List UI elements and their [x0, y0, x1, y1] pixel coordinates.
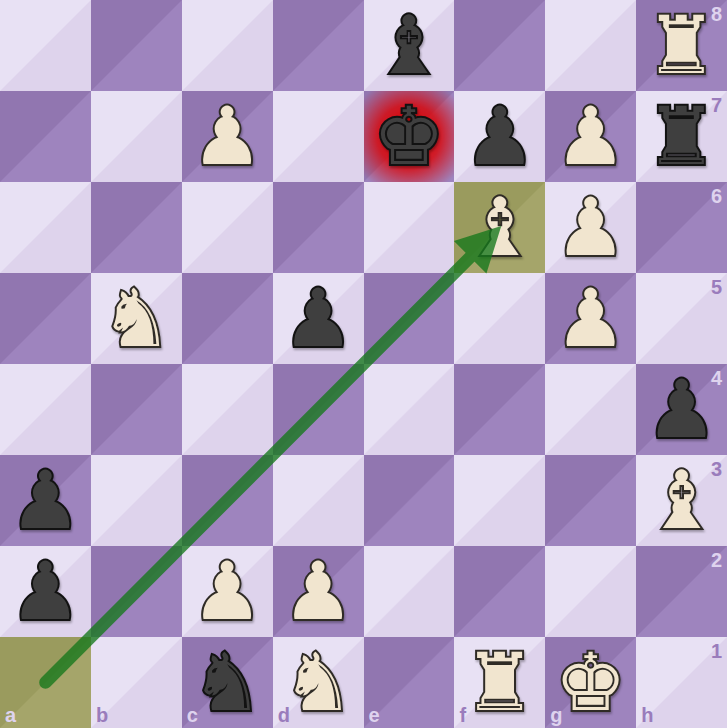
- square-c5[interactable]: [182, 273, 273, 364]
- piece-white-pawn[interactable]: ♟: [555, 97, 627, 177]
- file-label-f: f: [459, 705, 466, 725]
- square-c7[interactable]: ♟: [182, 91, 273, 182]
- piece-black-pawn[interactable]: ♟: [282, 279, 354, 359]
- square-a8[interactable]: [0, 0, 91, 91]
- square-b2[interactable]: [91, 546, 182, 637]
- piece-white-pawn[interactable]: ♟: [555, 279, 627, 359]
- rank-label-3: 3: [711, 459, 722, 479]
- square-c4[interactable]: [182, 364, 273, 455]
- square-g6[interactable]: ♟: [545, 182, 636, 273]
- square-f6[interactable]: ♝: [454, 182, 545, 273]
- square-d3[interactable]: [273, 455, 364, 546]
- square-c1[interactable]: ♞c: [182, 637, 273, 728]
- square-d1[interactable]: ♞d: [273, 637, 364, 728]
- rank-label-4: 4: [711, 368, 722, 388]
- piece-white-king[interactable]: ♚: [555, 643, 627, 723]
- piece-black-pawn[interactable]: ♟: [10, 461, 82, 541]
- square-a6[interactable]: [0, 182, 91, 273]
- rank-label-1: 1: [711, 641, 722, 661]
- square-h2[interactable]: 2: [636, 546, 727, 637]
- square-e8[interactable]: ♝: [364, 0, 455, 91]
- piece-black-pawn[interactable]: ♟: [464, 97, 536, 177]
- square-b7[interactable]: [91, 91, 182, 182]
- square-h7[interactable]: ♜7: [636, 91, 727, 182]
- square-g8[interactable]: [545, 0, 636, 91]
- square-d2[interactable]: ♟: [273, 546, 364, 637]
- square-b3[interactable]: [91, 455, 182, 546]
- piece-white-bishop[interactable]: ♝: [464, 188, 536, 268]
- square-c2[interactable]: ♟: [182, 546, 273, 637]
- file-label-d: d: [278, 705, 290, 725]
- square-d7[interactable]: [273, 91, 364, 182]
- piece-black-king[interactable]: ♚: [373, 97, 445, 177]
- square-e4[interactable]: [364, 364, 455, 455]
- file-label-c: c: [187, 705, 198, 725]
- square-a1[interactable]: a: [0, 637, 91, 728]
- piece-black-bishop[interactable]: ♝: [373, 6, 445, 86]
- square-e2[interactable]: [364, 546, 455, 637]
- square-b6[interactable]: [91, 182, 182, 273]
- square-f5[interactable]: [454, 273, 545, 364]
- square-c6[interactable]: [182, 182, 273, 273]
- square-f8[interactable]: [454, 0, 545, 91]
- chess-board: ♝♜8♟♚♟♟♜7♝♟6♞♟♟5♟4♟♝3♟♟♟2ab♞c♞de♜f♚gh1: [0, 0, 727, 728]
- piece-white-pawn[interactable]: ♟: [282, 552, 354, 632]
- rank-label-5: 5: [711, 277, 722, 297]
- piece-white-knight[interactable]: ♞: [282, 643, 354, 723]
- square-e1[interactable]: e: [364, 637, 455, 728]
- rank-label-2: 2: [711, 550, 722, 570]
- square-d8[interactable]: [273, 0, 364, 91]
- square-e6[interactable]: [364, 182, 455, 273]
- square-g3[interactable]: [545, 455, 636, 546]
- square-a4[interactable]: [0, 364, 91, 455]
- piece-black-knight[interactable]: ♞: [191, 643, 263, 723]
- square-h4[interactable]: ♟4: [636, 364, 727, 455]
- square-g2[interactable]: [545, 546, 636, 637]
- square-d6[interactable]: [273, 182, 364, 273]
- square-g5[interactable]: ♟: [545, 273, 636, 364]
- square-b8[interactable]: [91, 0, 182, 91]
- piece-black-pawn[interactable]: ♟: [10, 552, 82, 632]
- file-label-g: g: [550, 705, 562, 725]
- file-label-e: e: [369, 705, 380, 725]
- square-b1[interactable]: b: [91, 637, 182, 728]
- square-f4[interactable]: [454, 364, 545, 455]
- square-c8[interactable]: [182, 0, 273, 91]
- square-g4[interactable]: [545, 364, 636, 455]
- square-g7[interactable]: ♟: [545, 91, 636, 182]
- square-h8[interactable]: ♜8: [636, 0, 727, 91]
- square-c3[interactable]: [182, 455, 273, 546]
- square-b5[interactable]: ♞: [91, 273, 182, 364]
- piece-white-rook[interactable]: ♜: [464, 643, 536, 723]
- square-e3[interactable]: [364, 455, 455, 546]
- file-label-b: b: [96, 705, 108, 725]
- square-e7[interactable]: ♚: [364, 91, 455, 182]
- rank-label-8: 8: [711, 4, 722, 24]
- rank-label-7: 7: [711, 95, 722, 115]
- square-h1[interactable]: h1: [636, 637, 727, 728]
- file-label-a: a: [5, 705, 16, 725]
- piece-white-rook[interactable]: ♜: [646, 6, 718, 86]
- square-a3[interactable]: ♟: [0, 455, 91, 546]
- rank-label-6: 6: [711, 186, 722, 206]
- square-h3[interactable]: ♝3: [636, 455, 727, 546]
- square-b4[interactable]: [91, 364, 182, 455]
- square-a7[interactable]: [0, 91, 91, 182]
- square-f7[interactable]: ♟: [454, 91, 545, 182]
- square-f3[interactable]: [454, 455, 545, 546]
- file-label-h: h: [641, 705, 653, 725]
- piece-white-bishop[interactable]: ♝: [646, 461, 718, 541]
- square-a2[interactable]: ♟: [0, 546, 91, 637]
- square-f1[interactable]: ♜f: [454, 637, 545, 728]
- piece-white-pawn[interactable]: ♟: [191, 552, 263, 632]
- piece-white-knight[interactable]: ♞: [100, 279, 172, 359]
- square-g1[interactable]: ♚g: [545, 637, 636, 728]
- piece-white-pawn[interactable]: ♟: [555, 188, 627, 268]
- square-h6[interactable]: 6: [636, 182, 727, 273]
- piece-black-pawn[interactable]: ♟: [646, 370, 718, 450]
- piece-black-rook[interactable]: ♜: [646, 97, 718, 177]
- square-e5[interactable]: [364, 273, 455, 364]
- square-d5[interactable]: ♟: [273, 273, 364, 364]
- square-h5[interactable]: 5: [636, 273, 727, 364]
- piece-white-pawn[interactable]: ♟: [191, 97, 263, 177]
- square-f2[interactable]: [454, 546, 545, 637]
- square-a5[interactable]: [0, 273, 91, 364]
- square-d4[interactable]: [273, 364, 364, 455]
